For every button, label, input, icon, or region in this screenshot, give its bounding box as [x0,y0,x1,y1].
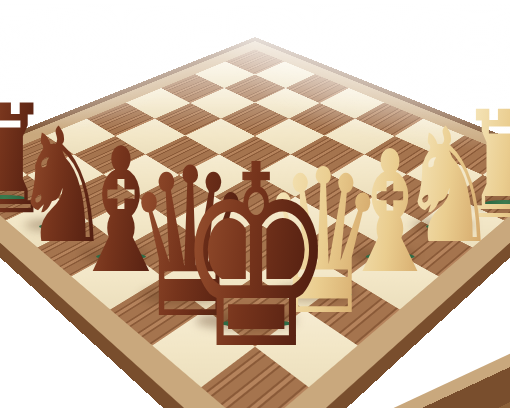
chess-photo-stage: ♜♞♝♛♚♛♝♞♜ [0,0,510,408]
piece-black-king[interactable]: ♚ [177,132,335,384]
